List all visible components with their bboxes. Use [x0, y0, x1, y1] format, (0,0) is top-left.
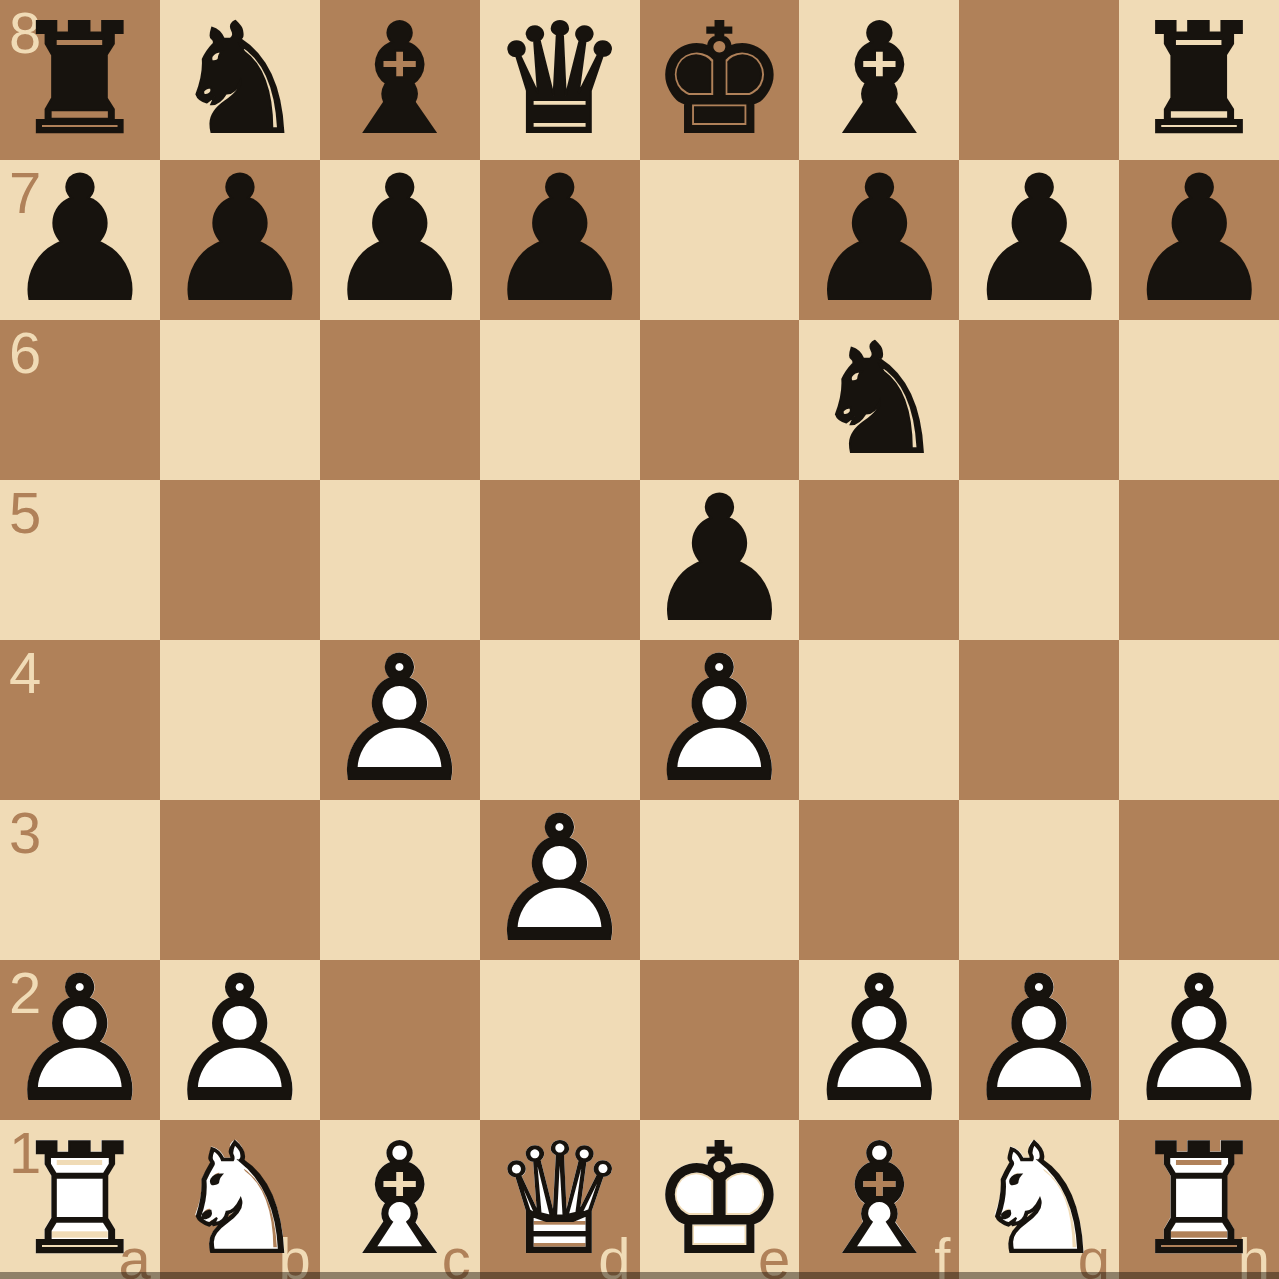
square-d3[interactable]: ♟♙	[480, 800, 640, 960]
square-b4[interactable]	[160, 640, 320, 800]
piece-white-pawn-h2[interactable]: ♟♙	[1119, 960, 1279, 1120]
square-f7[interactable]: ♟	[799, 160, 959, 320]
white-knight-outline-icon: ♘	[971, 1120, 1107, 1279]
white-knight-outline-icon: ♘	[172, 1120, 308, 1279]
white-pawn-outline-icon: ♙	[3, 960, 157, 1120]
black-pawn-icon: ♟	[3, 160, 157, 320]
piece-white-knight-b1[interactable]: ♞♘	[160, 1120, 320, 1279]
piece-white-knight-g1[interactable]: ♞♘	[959, 1120, 1119, 1279]
white-queen-icon: ♛	[491, 1120, 627, 1279]
piece-black-knight-f6[interactable]: ♞	[799, 320, 959, 480]
square-g6[interactable]	[959, 320, 1119, 480]
square-b7[interactable]: ♟	[160, 160, 320, 320]
white-pawn-outline-icon: ♙	[962, 960, 1116, 1120]
square-e4[interactable]: ♟♙	[640, 640, 800, 800]
piece-black-pawn-g7[interactable]: ♟	[959, 160, 1119, 320]
square-c5[interactable]	[320, 480, 480, 640]
piece-white-king-e1[interactable]: ♚♔	[640, 1120, 800, 1279]
black-pawn-icon: ♟	[1122, 160, 1276, 320]
square-b1[interactable]: b♞♘	[160, 1120, 320, 1279]
square-h1[interactable]: h♜♖	[1119, 1120, 1279, 1279]
square-h3[interactable]	[1119, 800, 1279, 960]
piece-white-pawn-g2[interactable]: ♟♙	[959, 960, 1119, 1120]
square-c1[interactable]: c♝♗	[320, 1120, 480, 1279]
chess-board: 8♜♞♝♛♚♝♜7♟♟♟♟♟♟♟6♞5♟4♟♙♟♙3♟♙2♟♙♟♙♟♙♟♙♟♙1…	[0, 0, 1279, 1279]
square-d6[interactable]	[480, 320, 640, 480]
white-pawn-icon: ♟	[3, 960, 157, 1120]
square-f2[interactable]: ♟♙	[799, 960, 959, 1120]
piece-white-pawn-f2[interactable]: ♟♙	[799, 960, 959, 1120]
square-h6[interactable]	[1119, 320, 1279, 480]
white-bishop-icon: ♝	[811, 1120, 947, 1279]
square-b2[interactable]: ♟♙	[160, 960, 320, 1120]
square-b3[interactable]	[160, 800, 320, 960]
white-pawn-icon: ♟	[1122, 960, 1276, 1120]
black-queen-icon: ♛	[491, 0, 627, 160]
square-c2[interactable]	[320, 960, 480, 1120]
white-king-icon: ♚	[651, 1120, 787, 1279]
square-g4[interactable]	[959, 640, 1119, 800]
square-g2[interactable]: ♟♙	[959, 960, 1119, 1120]
black-rook-icon: ♜	[1131, 0, 1267, 160]
square-f8[interactable]: ♝	[799, 0, 959, 160]
piece-black-rook-h8[interactable]: ♜	[1119, 0, 1279, 160]
square-e1[interactable]: e♚♔	[640, 1120, 800, 1279]
square-d2[interactable]	[480, 960, 640, 1120]
square-e7[interactable]	[640, 160, 800, 320]
piece-white-pawn-a2[interactable]: ♟♙	[0, 960, 160, 1120]
square-a7[interactable]: 7♟	[0, 160, 160, 320]
piece-black-knight-b8[interactable]: ♞	[160, 0, 320, 160]
white-bishop-icon: ♝	[332, 1120, 468, 1279]
square-e6[interactable]	[640, 320, 800, 480]
square-a2[interactable]: 2♟♙	[0, 960, 160, 1120]
square-a8[interactable]: 8♜	[0, 0, 160, 160]
square-f3[interactable]	[799, 800, 959, 960]
piece-black-queen-d8[interactable]: ♛	[480, 0, 640, 160]
white-pawn-icon: ♟	[482, 800, 636, 960]
square-e3[interactable]	[640, 800, 800, 960]
piece-white-pawn-d3[interactable]: ♟♙	[480, 800, 640, 960]
white-rook-outline-icon: ♖	[12, 1120, 148, 1279]
piece-black-bishop-c8[interactable]: ♝	[320, 0, 480, 160]
white-pawn-outline-icon: ♙	[482, 800, 636, 960]
black-pawn-icon: ♟	[482, 160, 636, 320]
square-g8[interactable]	[959, 0, 1119, 160]
square-f5[interactable]	[799, 480, 959, 640]
square-e8[interactable]: ♚	[640, 0, 800, 160]
square-d1[interactable]: d♛♕	[480, 1120, 640, 1279]
white-bishop-outline-icon: ♗	[332, 1120, 468, 1279]
square-c6[interactable]	[320, 320, 480, 480]
square-h7[interactable]: ♟	[1119, 160, 1279, 320]
piece-black-rook-a8[interactable]: ♜	[0, 0, 160, 160]
piece-black-pawn-f7[interactable]: ♟	[799, 160, 959, 320]
piece-white-pawn-b2[interactable]: ♟♙	[160, 960, 320, 1120]
piece-black-pawn-h7[interactable]: ♟	[1119, 160, 1279, 320]
square-a3[interactable]: 3	[0, 800, 160, 960]
white-knight-icon: ♞	[172, 1120, 308, 1279]
black-pawn-icon: ♟	[802, 160, 956, 320]
piece-black-pawn-d7[interactable]: ♟	[480, 160, 640, 320]
white-king-outline-icon: ♔	[651, 1120, 787, 1279]
piece-black-pawn-e5[interactable]: ♟	[640, 480, 800, 640]
square-f4[interactable]	[799, 640, 959, 800]
white-bishop-outline-icon: ♗	[811, 1120, 947, 1279]
square-d4[interactable]	[480, 640, 640, 800]
white-rook-outline-icon: ♖	[1131, 1120, 1267, 1279]
square-c7[interactable]: ♟	[320, 160, 480, 320]
white-pawn-outline-icon: ♙	[642, 640, 796, 800]
white-pawn-outline-icon: ♙	[323, 640, 477, 800]
square-a5[interactable]: 5	[0, 480, 160, 640]
black-pawn-icon: ♟	[642, 480, 796, 640]
black-pawn-icon: ♟	[163, 160, 317, 320]
square-h5[interactable]	[1119, 480, 1279, 640]
piece-white-bishop-c1[interactable]: ♝♗	[320, 1120, 480, 1279]
square-a6[interactable]: 6	[0, 320, 160, 480]
square-c8[interactable]: ♝	[320, 0, 480, 160]
square-h8[interactable]: ♜	[1119, 0, 1279, 160]
piece-white-rook-h1[interactable]: ♜♖	[1119, 1120, 1279, 1279]
piece-black-pawn-a7[interactable]: ♟	[0, 160, 160, 320]
white-queen-outline-icon: ♕	[491, 1120, 627, 1279]
square-g1[interactable]: g♞♘	[959, 1120, 1119, 1279]
square-a4[interactable]: 4	[0, 640, 160, 800]
square-h2[interactable]: ♟♙	[1119, 960, 1279, 1120]
black-rook-icon: ♜	[12, 0, 148, 160]
piece-white-pawn-c4[interactable]: ♟♙	[320, 640, 480, 800]
piece-black-pawn-c7[interactable]: ♟	[320, 160, 480, 320]
white-pawn-icon: ♟	[323, 640, 477, 800]
square-g7[interactable]: ♟	[959, 160, 1119, 320]
black-bishop-icon: ♝	[811, 0, 947, 160]
black-pawn-icon: ♟	[323, 160, 477, 320]
piece-black-king-e8[interactable]: ♚	[640, 0, 800, 160]
board-viewport: 8♜♞♝♛♚♝♜7♟♟♟♟♟♟♟6♞5♟4♟♙♟♙3♟♙2♟♙♟♙♟♙♟♙♟♙1…	[0, 0, 1279, 1279]
white-pawn-outline-icon: ♙	[163, 960, 317, 1120]
square-f6[interactable]: ♞	[799, 320, 959, 480]
rank-label-6: 6	[9, 324, 41, 382]
black-knight-icon: ♞	[172, 0, 308, 160]
square-g5[interactable]	[959, 480, 1119, 640]
rank-label-3: 3	[9, 804, 41, 862]
square-g3[interactable]	[959, 800, 1119, 960]
square-h4[interactable]	[1119, 640, 1279, 800]
square-d5[interactable]	[480, 480, 640, 640]
square-e2[interactable]	[640, 960, 800, 1120]
white-rook-icon: ♜	[1131, 1120, 1267, 1279]
black-king-icon: ♚	[651, 0, 787, 160]
square-a1[interactable]: 1a♜♖	[0, 1120, 160, 1279]
white-pawn-icon: ♟	[802, 960, 956, 1120]
square-b6[interactable]	[160, 320, 320, 480]
square-d7[interactable]: ♟	[480, 160, 640, 320]
piece-white-rook-a1[interactable]: ♜♖	[0, 1120, 160, 1279]
square-c3[interactable]	[320, 800, 480, 960]
white-pawn-icon: ♟	[642, 640, 796, 800]
white-pawn-icon: ♟	[962, 960, 1116, 1120]
rank-label-4: 4	[9, 644, 41, 702]
black-bishop-icon: ♝	[332, 0, 468, 160]
rank-label-5: 5	[9, 484, 41, 542]
square-f1[interactable]: f♝♗	[799, 1120, 959, 1279]
white-knight-icon: ♞	[971, 1120, 1107, 1279]
square-c4[interactable]: ♟♙	[320, 640, 480, 800]
white-rook-icon: ♜	[12, 1120, 148, 1279]
white-pawn-outline-icon: ♙	[802, 960, 956, 1120]
black-pawn-icon: ♟	[962, 160, 1116, 320]
square-e5[interactable]: ♟	[640, 480, 800, 640]
black-knight-icon: ♞	[811, 320, 947, 480]
white-pawn-outline-icon: ♙	[1122, 960, 1276, 1120]
piece-black-bishop-f8[interactable]: ♝	[799, 0, 959, 160]
piece-white-queen-d1[interactable]: ♛♕	[480, 1120, 640, 1279]
white-pawn-icon: ♟	[163, 960, 317, 1120]
square-b8[interactable]: ♞	[160, 0, 320, 160]
piece-white-pawn-e4[interactable]: ♟♙	[640, 640, 800, 800]
square-d8[interactable]: ♛	[480, 0, 640, 160]
piece-white-bishop-f1[interactable]: ♝♗	[799, 1120, 959, 1279]
piece-black-pawn-b7[interactable]: ♟	[160, 160, 320, 320]
square-b5[interactable]	[160, 480, 320, 640]
